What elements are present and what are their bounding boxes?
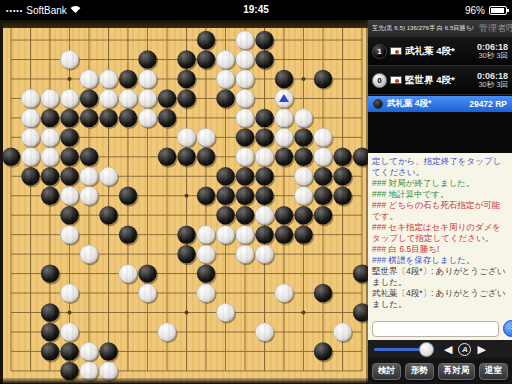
footer-button-1[interactable]: 検討 (372, 363, 401, 380)
battery-percent: 96% (465, 5, 485, 16)
autoplay-button[interactable]: A (458, 343, 471, 356)
speech-bubble-icon: ··· (508, 324, 512, 333)
board-bottom-edge (0, 378, 368, 384)
black-byoyomi: 30秒 3回 (477, 52, 508, 61)
selected-player-row[interactable]: 武礼葉 4段* 29472 RP (368, 96, 512, 112)
chat-message: ### 白 6.5目勝ち! (372, 244, 508, 255)
player-row-white[interactable]: 0 堅世界 4段* 0:06:18 30秒 3回 (368, 66, 512, 95)
chat-log[interactable]: 定してから、指定終了をタップしてください。### 対局が終了しました。### 地… (368, 153, 512, 317)
playback-controls: ◀ A ▶ (368, 340, 512, 358)
chat-send-button[interactable]: ··· (503, 320, 512, 337)
chat-message: ### どちらの石も死石指定が可能です。 (372, 200, 508, 222)
app-screen: ••••• SoftBank 19:45 96% (0, 0, 512, 384)
white-player-name: 堅世界 4段* (405, 74, 474, 87)
japan-flag-icon (390, 47, 402, 55)
chat-message: ### セキ指定はセキ周りのダメをタップして指定してください。 (372, 222, 508, 244)
go-board[interactable] (0, 20, 368, 384)
chat-message: ### 棋譜を保存しました。 (372, 255, 508, 266)
wood-texture (0, 20, 368, 384)
board-left-edge (0, 20, 3, 384)
selected-player-name: 武礼葉 4段* (387, 98, 465, 110)
black-player-name: 武礼葉 4段* (405, 45, 474, 58)
chat-input-row: ··· (368, 317, 512, 340)
footer-button-4[interactable]: 退室 (479, 363, 508, 380)
footer-button-2[interactable]: 形勢 (405, 363, 434, 380)
chat-message: ### 地計算中です。 (372, 189, 508, 200)
next-move-button[interactable]: ▶ (477, 344, 485, 355)
black-stone-badge: 1 (372, 44, 387, 59)
game-info-label: 互先(黒 6.5) 136/276手 白 6.5目勝ち! (372, 24, 474, 33)
board-top-shadow (0, 20, 368, 28)
black-player-clock: 0:06:18 30秒 3回 (477, 42, 508, 61)
player-row-black[interactable]: 1 武礼葉 4段* 0:06:18 30秒 3回 (368, 37, 512, 66)
white-player-clock: 0:06:18 30秒 3回 (477, 71, 508, 90)
chat-message: ### 対局が終了しました。 (372, 178, 508, 189)
japan-flag-icon (390, 76, 402, 84)
prev-move-button[interactable]: ◀ (444, 344, 452, 355)
chat-message: 定してから、指定終了をタップしてください。 (372, 156, 508, 178)
chat-input[interactable] (372, 321, 499, 337)
chat-message: 堅世界〔4段*〕: ありがとうございました。 (372, 266, 508, 288)
chat-message: 武礼葉〔4段*〕: ありがとうございました。 (372, 288, 508, 310)
slider-knob[interactable] (419, 342, 434, 357)
white-stone-badge: 0 (372, 73, 387, 88)
battery-icon (489, 6, 507, 15)
footer-button-bar: 検討形勢再対局退室 (368, 358, 512, 384)
white-byoyomi: 30秒 3回 (477, 81, 508, 90)
move-slider[interactable] (374, 348, 426, 351)
selected-player-rating: 29472 RP (469, 99, 507, 109)
side-panel: 互先(黒 6.5) 136/276手 白 6.5目勝ち! 管理者呼出 1 武礼葉… (368, 20, 512, 384)
footer-button-3[interactable]: 再対局 (438, 363, 476, 380)
clock: 19:45 (0, 4, 512, 15)
panel-header: 互先(黒 6.5) 136/276手 白 6.5目勝ち! 管理者呼出 (368, 20, 512, 37)
call-admin-button[interactable]: 管理者呼出 (479, 22, 512, 35)
status-bar: ••••• SoftBank 19:45 96% (0, 0, 512, 20)
black-stone-icon (373, 99, 383, 109)
